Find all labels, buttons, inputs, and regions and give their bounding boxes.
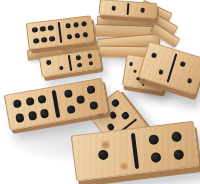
- domino-half: [60, 16, 94, 45]
- domino-half: [27, 20, 61, 49]
- pip: [59, 65, 64, 70]
- pip: [40, 26, 46, 32]
- pip: [174, 149, 185, 160]
- pip: [74, 33, 80, 39]
- pip: [82, 32, 88, 38]
- pip: [37, 94, 46, 103]
- domino-half: [128, 2, 156, 18]
- pip: [187, 78, 193, 84]
- domino-half: [5, 88, 57, 130]
- pip: [64, 89, 73, 98]
- pip: [109, 111, 118, 120]
- pip: [171, 131, 182, 142]
- domino-half: [40, 54, 70, 76]
- pip: [158, 69, 164, 75]
- domino-half: [72, 129, 136, 180]
- domino-half: [100, 0, 128, 16]
- pip: [140, 8, 145, 13]
- pip: [76, 95, 85, 104]
- pip: [98, 149, 109, 160]
- pip: [33, 38, 39, 44]
- pip: [48, 25, 54, 31]
- pip: [150, 152, 161, 163]
- pip: [111, 6, 116, 11]
- pip: [111, 99, 120, 108]
- pip: [67, 105, 76, 114]
- pip: [49, 36, 55, 42]
- pip: [87, 53, 92, 58]
- pip: [89, 101, 98, 110]
- pip: [16, 113, 25, 122]
- pip: [25, 96, 34, 105]
- domino-half: [70, 50, 100, 72]
- pip: [41, 37, 47, 43]
- pip: [77, 62, 82, 67]
- pip: [151, 52, 157, 58]
- pip: [40, 109, 49, 118]
- pip: [65, 23, 71, 29]
- pip: [46, 60, 51, 65]
- pip: [81, 21, 87, 27]
- pip: [66, 34, 72, 40]
- pip: [76, 55, 81, 60]
- pip: [32, 27, 38, 33]
- pip: [88, 61, 93, 66]
- pip: [121, 111, 130, 120]
- domino-half: [134, 122, 198, 173]
- pip: [133, 70, 137, 74]
- pip: [86, 85, 95, 94]
- pip: [28, 111, 37, 120]
- domino-half: [55, 79, 107, 121]
- pip: [73, 22, 79, 28]
- giant-dominoes-photo: [0, 0, 200, 184]
- pip: [13, 99, 22, 108]
- pip: [129, 62, 133, 66]
- pip: [148, 134, 159, 145]
- pip: [180, 61, 186, 67]
